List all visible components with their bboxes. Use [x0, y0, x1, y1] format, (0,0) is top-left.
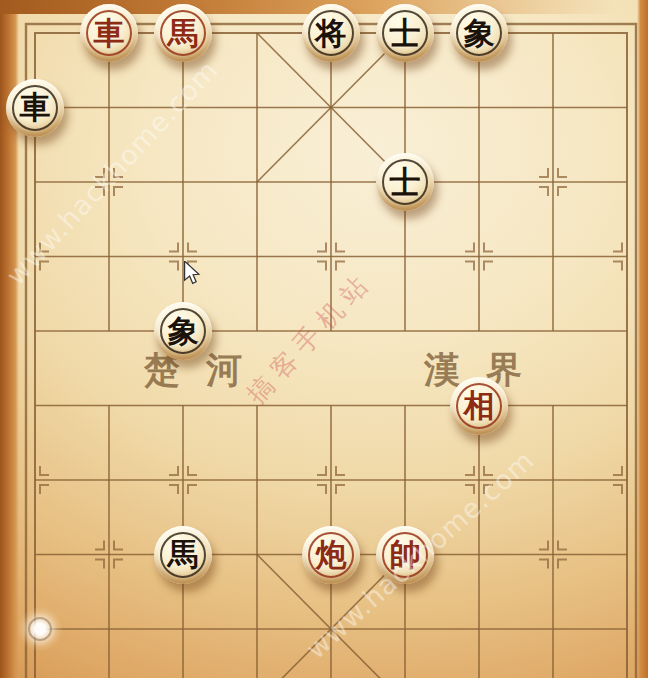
piece-black-advisor-1[interactable]: 士	[376, 4, 434, 62]
piece-black-elephant-2[interactable]: 象	[154, 302, 212, 360]
piece-black-chariot[interactable]: 車	[6, 79, 64, 137]
piece-character: 馬	[154, 4, 212, 62]
mouse-cursor-icon	[183, 261, 202, 289]
piece-black-horse[interactable]: 馬	[154, 526, 212, 584]
piece-character: 炮	[302, 526, 360, 584]
piece-black-general[interactable]: 将	[302, 4, 360, 62]
piece-black-advisor-2[interactable]: 士	[376, 153, 434, 211]
piece-character: 象	[154, 302, 212, 360]
piece-character: 士	[376, 153, 434, 211]
pieces-layer: 車馬将士象車士象相馬炮帥	[0, 0, 648, 678]
piece-red-horse[interactable]: 馬	[154, 4, 212, 62]
piece-character: 車	[6, 79, 64, 137]
piece-black-elephant-1[interactable]: 象	[450, 4, 508, 62]
piece-red-general[interactable]: 帥	[376, 526, 434, 584]
piece-character: 象	[450, 4, 508, 62]
piece-character: 馬	[154, 526, 212, 584]
piece-character: 帥	[376, 526, 434, 584]
piece-character: 相	[450, 377, 508, 435]
piece-character: 将	[302, 4, 360, 62]
piece-character: 士	[376, 4, 434, 62]
piece-red-cannon[interactable]: 炮	[302, 526, 360, 584]
piece-red-chariot[interactable]: 車	[80, 4, 138, 62]
piece-red-elephant[interactable]: 相	[450, 377, 508, 435]
piece-character: 車	[80, 4, 138, 62]
xiangqi-game-screen: 楚河 漢界 車馬将士象車士象相馬炮帥 www.hackhome.com www.…	[0, 0, 648, 678]
